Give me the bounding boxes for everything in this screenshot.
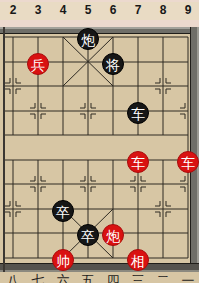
red-file-label-1: 一 bbox=[182, 274, 195, 283]
red-file-label-8: 八 bbox=[7, 274, 20, 283]
piece-red-elephant[interactable]: 相 bbox=[127, 249, 149, 271]
board-grid bbox=[0, 0, 199, 283]
xiangqi-game-window: 23456789 八七六五四三二一炮将兵车车车卒卒炮帅相 bbox=[0, 0, 199, 283]
piece-black-soldier-2[interactable]: 卒 bbox=[77, 224, 99, 246]
red-file-label-4: 四 bbox=[107, 274, 120, 283]
red-file-label-2: 二 bbox=[157, 274, 170, 283]
piece-red-general[interactable]: 帅 bbox=[52, 249, 74, 271]
board-frame-left bbox=[3, 27, 5, 272]
board-frame-top bbox=[0, 27, 199, 34]
board-frame-bottom bbox=[0, 263, 199, 272]
piece-red-cannon[interactable]: 炮 bbox=[102, 224, 124, 246]
board-frame-right bbox=[190, 27, 199, 272]
red-file-label-7: 七 bbox=[32, 274, 45, 283]
piece-black-chariot[interactable]: 车 bbox=[127, 102, 149, 124]
red-file-label-5: 五 bbox=[82, 274, 95, 283]
piece-red-chariot-2[interactable]: 车 bbox=[177, 151, 199, 173]
piece-black-general[interactable]: 将 bbox=[102, 53, 124, 75]
piece-black-cannon[interactable]: 炮 bbox=[77, 28, 99, 50]
red-file-label-3: 三 bbox=[132, 274, 145, 283]
piece-black-soldier-1[interactable]: 卒 bbox=[52, 200, 74, 222]
red-file-label-6: 六 bbox=[57, 274, 70, 283]
piece-red-chariot-1[interactable]: 车 bbox=[127, 151, 149, 173]
piece-red-soldier[interactable]: 兵 bbox=[27, 53, 49, 75]
